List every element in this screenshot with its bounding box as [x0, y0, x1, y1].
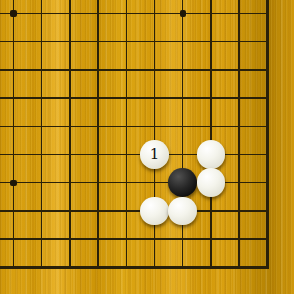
star-point-K10: [10, 10, 16, 16]
grid-line-horizontal: [0, 97, 269, 99]
grid-line-horizontal: [0, 238, 269, 240]
grid-line-horizontal: [0, 126, 269, 128]
grid-line-vertical: [154, 0, 156, 269]
star-point-K4: [10, 180, 16, 186]
board-edge-line-horizontal: [0, 266, 269, 269]
grid-line-vertical: [126, 0, 128, 269]
white-stone-R5: [197, 140, 226, 169]
go-board[interactable]: 1: [0, 0, 294, 294]
white-stone-P3: [140, 197, 169, 226]
board-viewport: 1: [0, 0, 294, 294]
grid-line-horizontal: [0, 182, 269, 184]
grid-line-vertical: [238, 0, 240, 269]
black-stone-Q4: [168, 168, 197, 197]
grid-line-horizontal: [0, 210, 269, 212]
grid-line-vertical: [210, 0, 212, 269]
grid-line-vertical: [69, 0, 71, 269]
star-point-Q10: [180, 10, 186, 16]
white-stone-Q3: [168, 197, 197, 226]
white-stone-R4: [197, 168, 226, 197]
grid-line-horizontal: [0, 41, 269, 43]
grid-line-vertical: [97, 0, 99, 269]
move-number-label: 1: [150, 146, 160, 161]
white-stone-P5: 1: [140, 140, 169, 169]
grid-line-vertical: [182, 0, 184, 269]
grid-line-horizontal: [0, 69, 269, 71]
board-edge-line-vertical: [266, 0, 269, 269]
grid-line-horizontal: [0, 154, 269, 156]
